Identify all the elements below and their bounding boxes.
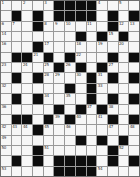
black-cell-r8c9 [87, 73, 97, 82]
black-cell-r1c7 [65, 1, 75, 10]
white-cell-r8c5[interactable]: 28 [44, 73, 54, 82]
black-cell-r6c5 [44, 53, 54, 62]
black-cell-r8c11 [108, 73, 118, 82]
white-cell-r4c4[interactable] [33, 32, 43, 41]
white-cell-r13c11[interactable]: 47 [108, 125, 118, 134]
white-cell-r10c10[interactable] [97, 94, 107, 103]
black-cell-r12c2 [12, 115, 22, 124]
clue-number-50: 50 [2, 146, 7, 150]
black-cell-r4c10 [97, 32, 107, 41]
black-cell-r14c10 [97, 136, 107, 145]
white-cell-r16c12[interactable] [119, 156, 129, 165]
black-cell-r4c12 [119, 32, 129, 41]
white-cell-r3c13[interactable]: 13 [129, 22, 139, 31]
black-cell-r6c2 [12, 53, 22, 62]
white-cell-r13c10[interactable] [97, 125, 107, 134]
black-cell-r2c7 [65, 11, 75, 20]
white-cell-r1c13[interactable] [129, 1, 139, 10]
white-cell-r14c11[interactable] [108, 136, 118, 145]
black-cell-r15c11 [108, 146, 118, 155]
clue-number-7: 7 [12, 22, 14, 26]
white-cell-r7c12[interactable] [119, 63, 129, 72]
black-cell-r2c13 [129, 11, 139, 20]
black-cell-r7c10 [97, 63, 107, 72]
white-cell-r1c3[interactable]: 2 [22, 1, 32, 10]
white-cell-r15c5[interactable]: 51 [44, 146, 54, 155]
clue-number-53: 53 [2, 167, 7, 171]
clue-number-1: 1 [2, 1, 4, 5]
black-cell-r1c9 [87, 1, 97, 10]
white-cell-r3c12[interactable]: 12 [119, 22, 129, 31]
white-cell-r6c10[interactable] [97, 53, 107, 62]
white-cell-r4c13[interactable] [129, 32, 139, 41]
white-cell-r10c5[interactable]: 34 [44, 94, 54, 103]
black-cell-r13c4 [33, 125, 43, 134]
black-cell-r14c12 [119, 136, 129, 145]
white-cell-r4c5[interactable] [44, 32, 54, 41]
white-cell-r15c8[interactable] [76, 146, 86, 155]
white-cell-r10c3[interactable] [22, 94, 32, 103]
black-cell-r2c4 [33, 11, 43, 20]
black-cell-r16c8 [76, 156, 86, 165]
white-cell-r11c12[interactable] [119, 105, 129, 114]
white-cell-r4c9[interactable] [87, 32, 97, 41]
white-cell-r7c4[interactable] [33, 63, 43, 72]
white-cell-r8c7[interactable] [65, 73, 75, 82]
clue-number-20: 20 [119, 42, 124, 46]
white-cell-r3c7[interactable]: 10 [65, 22, 75, 31]
white-cell-r4c6[interactable] [54, 32, 64, 41]
clue-number-14: 14 [2, 32, 7, 36]
white-cell-r11c5[interactable] [44, 105, 54, 114]
black-cell-r8c4 [33, 73, 43, 82]
white-cell-r17c10[interactable]: 54 [97, 167, 107, 176]
white-cell-r5c6[interactable] [54, 42, 64, 51]
black-cell-r6c3 [22, 53, 32, 62]
white-cell-r15c2[interactable] [12, 146, 22, 155]
white-cell-r1c12[interactable]: 5 [119, 1, 129, 10]
white-cell-r7c11[interactable]: 27 [108, 63, 118, 72]
white-cell-r7c1[interactable]: 23 [1, 63, 11, 72]
black-cell-r11c10 [97, 105, 107, 114]
white-cell-r10c1[interactable] [1, 94, 11, 103]
black-cell-r16c13 [129, 156, 139, 165]
clue-number-34: 34 [44, 94, 49, 98]
white-cell-r2c12[interactable] [119, 11, 129, 20]
white-cell-r13c3[interactable]: 44 [22, 125, 32, 134]
black-cell-r14c8 [76, 136, 86, 145]
black-cell-r12c11 [108, 115, 118, 124]
clue-number-31: 31 [98, 73, 103, 77]
clue-number-30: 30 [76, 73, 81, 77]
black-cell-r2c9 [87, 11, 97, 20]
black-cell-r10c2 [12, 94, 22, 103]
white-cell-r5c5[interactable]: 17 [44, 42, 54, 51]
white-cell-r17c13[interactable] [129, 167, 139, 176]
white-cell-r11c4[interactable] [33, 105, 43, 114]
black-cell-r12c13 [129, 115, 139, 124]
black-cell-r17c7 [65, 167, 75, 176]
clue-number-38: 38 [108, 105, 113, 109]
white-cell-r15c9[interactable] [87, 146, 97, 155]
black-cell-r16c2 [12, 156, 22, 165]
white-cell-r12c8[interactable]: 40 [76, 115, 86, 124]
white-cell-r6c4[interactable]: 21 [33, 53, 43, 62]
white-cell-r14c1[interactable]: 49 [1, 136, 11, 145]
white-cell-r16c10[interactable] [97, 156, 107, 165]
black-cell-r8c2 [12, 73, 22, 82]
white-cell-r9c13[interactable] [129, 84, 139, 93]
white-cell-r1c11[interactable] [108, 1, 118, 10]
white-cell-r13c8[interactable] [76, 125, 86, 134]
black-cell-r16c7 [65, 156, 75, 165]
white-cell-r13c6[interactable] [54, 125, 64, 134]
white-cell-r17c5[interactable] [44, 167, 54, 176]
white-cell-r14c2[interactable] [12, 136, 22, 145]
clue-number-49: 49 [2, 136, 7, 140]
clue-number-11: 11 [87, 22, 92, 26]
crossword-grid: 1234567891011121314151617181920212223242… [0, 0, 140, 177]
white-cell-r5c12[interactable]: 20 [119, 42, 129, 51]
white-cell-r6c6[interactable] [54, 53, 64, 62]
white-cell-r3c3[interactable] [22, 22, 32, 31]
white-cell-r2c1[interactable] [1, 11, 11, 20]
white-cell-r9c1[interactable]: 32 [1, 84, 11, 93]
white-cell-r1c1[interactable]: 1 [1, 1, 11, 10]
clue-number-21: 21 [34, 53, 39, 57]
clue-number-12: 12 [119, 22, 124, 26]
clue-number-29: 29 [55, 73, 60, 77]
white-cell-r14c9[interactable] [87, 136, 97, 145]
black-cell-r8c13 [129, 73, 139, 82]
white-cell-r3c8[interactable] [76, 22, 86, 31]
white-cell-r15c1[interactable]: 50 [1, 146, 11, 155]
white-cell-r2c10[interactable] [97, 11, 107, 20]
white-cell-r16c1[interactable] [1, 156, 11, 165]
white-cell-r13c7[interactable]: 46 [65, 125, 75, 134]
white-cell-r16c3[interactable] [22, 156, 32, 165]
clue-number-52: 52 [119, 146, 124, 150]
white-cell-r9c12[interactable] [119, 84, 129, 93]
white-cell-r12c10[interactable]: 41 [97, 115, 107, 124]
white-cell-r12c9[interactable] [87, 115, 97, 124]
white-cell-r3c6[interactable]: 9 [54, 22, 64, 31]
white-cell-r12c4[interactable] [33, 115, 43, 124]
white-cell-r8c8[interactable]: 30 [76, 73, 86, 82]
white-cell-r14c4[interactable] [33, 136, 43, 145]
white-cell-r6c1[interactable] [1, 53, 11, 62]
black-cell-r16c4 [33, 156, 43, 165]
clue-number-19: 19 [98, 42, 103, 46]
white-cell-r15c12[interactable]: 52 [119, 146, 129, 155]
white-cell-r10c8[interactable] [76, 94, 86, 103]
white-cell-r5c8[interactable]: 18 [76, 42, 86, 51]
clue-number-33: 33 [98, 84, 103, 88]
white-cell-r17c1[interactable]: 53 [1, 167, 11, 176]
clue-number-39: 39 [55, 115, 60, 119]
white-cell-r15c3[interactable] [22, 146, 32, 155]
white-cell-r2c3[interactable] [22, 11, 32, 20]
white-cell-r15c7[interactable] [65, 146, 75, 155]
clue-number-36: 36 [2, 105, 7, 109]
black-cell-r12c7 [65, 115, 75, 124]
black-cell-r9c7 [65, 84, 75, 93]
white-cell-r17c3[interactable] [22, 167, 32, 176]
white-cell-r14c7[interactable] [65, 136, 75, 145]
white-cell-r12c12[interactable] [119, 115, 129, 124]
white-cell-r5c9[interactable] [87, 42, 97, 51]
white-cell-r9c6[interactable] [54, 84, 64, 93]
white-cell-r11c11[interactable]: 38 [108, 105, 118, 114]
white-cell-r13c13[interactable]: 48 [129, 125, 139, 134]
white-cell-r8c3[interactable] [22, 73, 32, 82]
clue-number-24: 24 [23, 63, 28, 67]
clue-number-42: 42 [2, 125, 7, 129]
clue-number-40: 40 [76, 115, 81, 119]
clue-number-54: 54 [98, 167, 103, 171]
white-cell-r1c5[interactable]: 3 [44, 1, 54, 10]
black-cell-r3c11 [108, 22, 118, 31]
clue-number-27: 27 [108, 63, 113, 67]
white-cell-r3c2[interactable]: 7 [12, 22, 22, 31]
white-cell-r9c3[interactable] [22, 84, 32, 93]
white-cell-r9c8[interactable] [76, 84, 86, 93]
black-cell-r2c8 [76, 11, 86, 20]
clue-number-8: 8 [44, 22, 46, 26]
white-cell-r17c12[interactable] [119, 167, 129, 176]
black-cell-r11c6 [54, 105, 64, 114]
clue-number-9: 9 [55, 22, 57, 26]
white-cell-r5c10[interactable]: 19 [97, 42, 107, 51]
white-cell-r14c13[interactable] [129, 136, 139, 145]
black-cell-r16c6 [54, 156, 64, 165]
white-cell-r14c5[interactable] [44, 136, 54, 145]
clue-number-47: 47 [108, 125, 113, 129]
clue-number-28: 28 [44, 73, 49, 77]
clue-number-18: 18 [76, 42, 81, 46]
white-cell-r9c10[interactable]: 33 [97, 84, 107, 93]
black-cell-r12c5 [44, 115, 54, 124]
black-cell-r10c13 [129, 94, 139, 103]
white-cell-r15c10[interactable] [97, 146, 107, 155]
white-cell-r10c7[interactable]: 35 [65, 94, 75, 103]
black-cell-r17c9 [87, 167, 97, 176]
black-cell-r5c4 [33, 42, 43, 51]
white-cell-r17c4[interactable] [33, 167, 43, 176]
clue-number-37: 37 [87, 105, 92, 109]
white-cell-r6c9[interactable] [87, 53, 97, 62]
white-cell-r7c13[interactable] [129, 63, 139, 72]
clue-number-3: 3 [44, 1, 46, 5]
clue-number-23: 23 [2, 63, 7, 67]
white-cell-r10c6[interactable] [54, 94, 64, 103]
white-cell-r9c2[interactable] [12, 84, 22, 93]
clue-number-46: 46 [66, 125, 71, 129]
white-cell-r11c1[interactable]: 36 [1, 105, 11, 114]
white-cell-r3c5[interactable]: 8 [44, 22, 54, 31]
black-cell-r1c6 [54, 1, 64, 10]
clue-number-2: 2 [23, 1, 25, 5]
white-cell-r11c7[interactable] [65, 105, 75, 114]
black-cell-r3c4 [33, 22, 43, 31]
clue-number-17: 17 [44, 42, 49, 46]
white-cell-r4c2[interactable] [12, 32, 22, 41]
clue-number-25: 25 [44, 63, 49, 67]
white-cell-r1c4[interactable] [33, 1, 43, 10]
white-cell-r10c12[interactable] [119, 94, 129, 103]
white-cell-r11c9[interactable]: 37 [87, 105, 97, 114]
white-cell-r13c12[interactable] [119, 125, 129, 134]
white-cell-r2c5[interactable] [44, 11, 54, 20]
white-cell-r5c1[interactable]: 16 [1, 42, 11, 51]
black-cell-r11c8 [76, 105, 86, 114]
black-cell-r2c2 [12, 11, 22, 20]
clue-number-6: 6 [2, 22, 4, 26]
white-cell-r13c2[interactable]: 43 [12, 125, 22, 134]
black-cell-r6c7 [65, 53, 75, 62]
white-cell-r9c5[interactable] [44, 84, 54, 93]
black-cell-r2c6 [54, 11, 64, 20]
black-cell-r7c6 [54, 63, 64, 72]
black-cell-r6c11 [108, 53, 118, 62]
white-cell-r7c3[interactable]: 24 [22, 63, 32, 72]
white-cell-r6c12[interactable] [119, 53, 129, 62]
clue-number-41: 41 [98, 115, 103, 119]
white-cell-r5c11[interactable] [108, 42, 118, 51]
clue-number-48: 48 [130, 125, 135, 129]
white-cell-r17c2[interactable] [12, 167, 22, 176]
white-cell-r5c13[interactable] [129, 42, 139, 51]
clue-number-32: 32 [2, 84, 7, 88]
white-cell-r11c13[interactable] [129, 105, 139, 114]
white-cell-r9c11[interactable] [108, 84, 118, 93]
white-cell-r7c2[interactable] [12, 63, 22, 72]
white-cell-r5c7[interactable] [65, 42, 75, 51]
white-cell-r17c11[interactable] [108, 167, 118, 176]
white-cell-r15c13[interactable] [129, 146, 139, 155]
white-cell-r7c9[interactable] [87, 63, 97, 72]
white-cell-r3c1[interactable]: 6 [1, 22, 11, 31]
clue-number-35: 35 [66, 94, 71, 98]
clue-number-4: 4 [98, 1, 100, 5]
white-cell-r12c6[interactable]: 39 [54, 115, 64, 124]
white-cell-r13c1[interactable]: 42 [1, 125, 11, 134]
white-cell-r8c6[interactable]: 29 [54, 73, 64, 82]
clue-number-44: 44 [23, 125, 28, 129]
black-cell-r2c11 [108, 11, 118, 20]
clue-number-15: 15 [108, 32, 113, 36]
white-cell-r1c10[interactable]: 4 [97, 1, 107, 10]
white-cell-r6c8[interactable]: 22 [76, 53, 86, 62]
white-cell-r3c9[interactable]: 11 [87, 22, 97, 31]
black-cell-r15c4 [33, 146, 43, 155]
clue-number-51: 51 [44, 146, 49, 150]
white-cell-r4c3[interactable] [22, 32, 32, 41]
white-cell-r13c5[interactable]: 45 [44, 125, 54, 134]
black-cell-r10c11 [108, 94, 118, 103]
white-cell-r14c6[interactable] [54, 136, 64, 145]
clue-number-26: 26 [66, 63, 71, 67]
clue-number-13: 13 [130, 22, 135, 26]
white-cell-r8c10[interactable]: 31 [97, 73, 107, 82]
black-cell-r16c9 [87, 156, 97, 165]
white-cell-r7c5[interactable]: 25 [44, 63, 54, 72]
black-cell-r9c9 [87, 84, 97, 93]
white-cell-r1c2[interactable] [12, 1, 22, 10]
white-cell-r7c7[interactable]: 26 [65, 63, 75, 72]
white-cell-r15c6[interactable] [54, 146, 64, 155]
black-cell-r1c8 [76, 1, 86, 10]
white-cell-r13c9[interactable] [87, 125, 97, 134]
black-cell-r12c3 [22, 115, 32, 124]
black-cell-r17c8 [76, 167, 86, 176]
white-cell-r16c5[interactable] [44, 156, 54, 165]
clue-number-5: 5 [119, 1, 121, 5]
black-cell-r10c9 [87, 94, 97, 103]
white-cell-r8c12[interactable] [119, 73, 129, 82]
white-cell-r4c1[interactable]: 14 [1, 32, 11, 41]
white-cell-r11c3[interactable] [22, 105, 32, 114]
white-cell-r12c1[interactable] [1, 115, 11, 124]
white-cell-r14c3[interactable] [22, 136, 32, 145]
black-cell-r16c11 [108, 156, 118, 165]
white-cell-r4c11[interactable]: 15 [108, 32, 118, 41]
white-cell-r8c1[interactable] [1, 73, 11, 82]
white-cell-r5c2[interactable] [12, 42, 22, 51]
black-cell-r10c4 [33, 94, 43, 103]
black-cell-r7c8 [76, 63, 86, 72]
black-cell-r4c8 [76, 32, 86, 41]
white-cell-r11c2[interactable] [12, 105, 22, 114]
clue-number-10: 10 [66, 22, 71, 26]
black-cell-r17c6 [54, 167, 64, 176]
clue-number-22: 22 [76, 53, 81, 57]
black-cell-r6c13 [129, 53, 139, 62]
white-cell-r5c3[interactable] [22, 42, 32, 51]
clue-number-16: 16 [2, 42, 7, 46]
clue-number-45: 45 [44, 125, 49, 129]
white-cell-r9c4[interactable] [33, 84, 43, 93]
clue-number-43: 43 [12, 125, 17, 129]
white-cell-r4c7[interactable] [65, 32, 75, 41]
white-cell-r3c10[interactable] [97, 22, 107, 31]
